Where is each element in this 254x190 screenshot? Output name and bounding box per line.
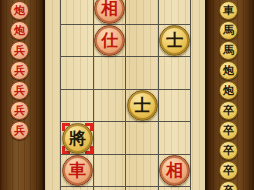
captured-tray-right: 車馬馬炮炮卒卒卒卒卒 bbox=[205, 0, 254, 190]
board-cell[interactable] bbox=[126, 155, 159, 188]
board-piece-black[interactable]: 士 bbox=[127, 90, 158, 121]
board-cell[interactable] bbox=[159, 122, 192, 155]
board-cell[interactable] bbox=[159, 0, 192, 25]
captured-piece-black: 卒 bbox=[219, 161, 238, 180]
captured-piece-red: 兵 bbox=[10, 101, 29, 120]
captured-piece-red: 兵 bbox=[10, 81, 29, 100]
board-piece-black[interactable]: 將 bbox=[62, 123, 93, 154]
board-cell[interactable] bbox=[61, 0, 94, 25]
captured-piece-black: 卒 bbox=[219, 181, 238, 190]
board-cell[interactable] bbox=[61, 187, 94, 190]
board-cell[interactable] bbox=[126, 122, 159, 155]
captured-stack-red: 炮炮兵兵兵兵兵 bbox=[10, 1, 29, 140]
captured-piece-red: 兵 bbox=[10, 121, 29, 140]
captured-tray-left: 炮炮兵兵兵兵兵 bbox=[0, 0, 45, 190]
board-cell[interactable] bbox=[126, 57, 159, 90]
board-cell[interactable] bbox=[126, 0, 159, 25]
board-cell[interactable] bbox=[94, 187, 127, 190]
captured-piece-red: 兵 bbox=[10, 41, 29, 60]
captured-stack-black: 車馬馬炮炮卒卒卒卒卒 bbox=[219, 1, 238, 190]
board-cell[interactable] bbox=[159, 187, 192, 190]
captured-piece-red: 兵 bbox=[10, 61, 29, 80]
board-cell[interactable] bbox=[94, 122, 127, 155]
board-cell[interactable] bbox=[94, 90, 127, 123]
board-cell[interactable] bbox=[94, 155, 127, 188]
captured-piece-black: 卒 bbox=[219, 141, 238, 160]
board-cell[interactable] bbox=[126, 25, 159, 58]
board-cell[interactable] bbox=[61, 57, 94, 90]
captured-piece-black: 炮 bbox=[219, 61, 238, 80]
captured-piece-red: 炮 bbox=[10, 1, 29, 20]
board-cell[interactable] bbox=[61, 25, 94, 58]
game-board: 相仕士士將車相 bbox=[45, 0, 205, 190]
captured-piece-red: 炮 bbox=[10, 21, 29, 40]
captured-piece-black: 卒 bbox=[219, 121, 238, 140]
board-cell[interactable] bbox=[61, 90, 94, 123]
xiangqi-game-screen: 炮炮兵兵兵兵兵 相仕士士將車相 車馬馬炮炮卒卒卒卒卒 bbox=[0, 0, 254, 190]
captured-piece-black: 馬 bbox=[219, 21, 238, 40]
board-cell[interactable] bbox=[159, 57, 192, 90]
captured-piece-black: 卒 bbox=[219, 101, 238, 120]
captured-piece-black: 馬 bbox=[219, 41, 238, 60]
captured-piece-black: 炮 bbox=[219, 81, 238, 100]
board-cell[interactable] bbox=[159, 90, 192, 123]
captured-piece-black: 車 bbox=[219, 1, 238, 20]
board-cell[interactable] bbox=[94, 57, 127, 90]
board-cell[interactable] bbox=[126, 187, 159, 190]
board-grid: 相仕士士將車相 bbox=[60, 0, 191, 190]
board-piece-red[interactable]: 車 bbox=[62, 155, 93, 186]
